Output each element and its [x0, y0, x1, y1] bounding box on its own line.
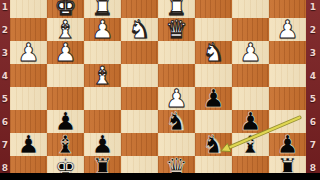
- square-d6[interactable]: ♞: [158, 110, 195, 133]
- chess-board-screenshot: ♚♜♜♝♟♞♛♟♟♟♞♟♝♟♟♟♞♟♟♝♟♞♝♟♚♜♛♜ 12345678 12…: [0, 0, 320, 180]
- square-d3[interactable]: [158, 41, 195, 64]
- white-bishop[interactable]: ♝: [91, 64, 113, 87]
- rank-label-left-7: 7: [0, 140, 10, 150]
- square-b7[interactable]: ♝: [232, 133, 269, 156]
- square-b4[interactable]: [232, 64, 269, 87]
- black-pawn[interactable]: ♟: [202, 87, 224, 110]
- white-knight[interactable]: ♞: [202, 41, 224, 64]
- square-e8[interactable]: [121, 156, 158, 173]
- square-a8[interactable]: ♜: [269, 156, 306, 173]
- rank-label-right-8: 8: [306, 163, 320, 173]
- black-queen[interactable]: ♛: [165, 156, 187, 173]
- white-knight[interactable]: ♞: [128, 18, 150, 41]
- chess-board: ♚♜♜♝♟♞♛♟♟♟♞♟♝♟♟♟♞♟♟♝♟♞♝♟♚♜♛♜: [10, 0, 306, 173]
- square-e5[interactable]: [121, 87, 158, 110]
- square-h5[interactable]: [10, 87, 47, 110]
- square-a5[interactable]: [269, 87, 306, 110]
- black-knight[interactable]: ♞: [165, 110, 187, 133]
- rank-label-left-3: 3: [0, 48, 10, 58]
- white-queen[interactable]: ♛: [165, 18, 187, 41]
- square-e6[interactable]: [121, 110, 158, 133]
- square-c3[interactable]: ♞: [195, 41, 232, 64]
- black-rook[interactable]: ♜: [91, 156, 113, 173]
- square-h4[interactable]: [10, 64, 47, 87]
- square-c1[interactable]: [195, 0, 232, 18]
- rank-label-right-2: 2: [306, 25, 320, 35]
- board-border-right: 12345678: [306, 0, 320, 173]
- letterbox-strip: [0, 173, 320, 180]
- board-border-left: 12345678: [0, 0, 10, 173]
- black-pawn[interactable]: ♟: [17, 133, 39, 156]
- square-h7[interactable]: ♟: [10, 133, 47, 156]
- square-f4[interactable]: ♝: [84, 64, 121, 87]
- black-knight[interactable]: ♞: [202, 133, 224, 156]
- white-pawn[interactable]: ♟: [91, 18, 113, 41]
- rank-label-right-3: 3: [306, 48, 320, 58]
- square-e2[interactable]: ♞: [121, 18, 158, 41]
- white-pawn[interactable]: ♟: [54, 41, 76, 64]
- square-c7[interactable]: ♞: [195, 133, 232, 156]
- black-rook[interactable]: ♜: [276, 156, 298, 173]
- square-b1[interactable]: [232, 0, 269, 18]
- square-f2[interactable]: ♟: [84, 18, 121, 41]
- square-e7[interactable]: [121, 133, 158, 156]
- board-area: ♚♜♜♝♟♞♛♟♟♟♞♟♝♟♟♟♞♟♟♝♟♞♝♟♚♜♛♜: [10, 0, 306, 173]
- square-e3[interactable]: [121, 41, 158, 64]
- rank-label-right-7: 7: [306, 140, 320, 150]
- rank-label-left-5: 5: [0, 94, 10, 104]
- rank-label-left-1: 1: [0, 2, 10, 12]
- square-a4[interactable]: [269, 64, 306, 87]
- square-b3[interactable]: ♟: [232, 41, 269, 64]
- rank-label-right-4: 4: [306, 71, 320, 81]
- square-f8[interactable]: ♜: [84, 156, 121, 173]
- black-bishop[interactable]: ♝: [239, 133, 261, 156]
- square-h3[interactable]: ♟: [10, 41, 47, 64]
- white-pawn[interactable]: ♟: [239, 41, 261, 64]
- square-a2[interactable]: ♟: [269, 18, 306, 41]
- white-pawn[interactable]: ♟: [17, 41, 39, 64]
- square-h1[interactable]: [10, 0, 47, 18]
- square-d2[interactable]: ♛: [158, 18, 195, 41]
- rank-label-left-8: 8: [0, 163, 10, 173]
- black-king[interactable]: ♚: [54, 156, 76, 173]
- square-e4[interactable]: [121, 64, 158, 87]
- square-g4[interactable]: [47, 64, 84, 87]
- rank-label-left-6: 6: [0, 117, 10, 127]
- square-g3[interactable]: ♟: [47, 41, 84, 64]
- square-f5[interactable]: [84, 87, 121, 110]
- square-g8[interactable]: ♚: [47, 156, 84, 173]
- rank-label-right-1: 1: [306, 2, 320, 12]
- rank-label-left-2: 2: [0, 25, 10, 35]
- rank-label-right-6: 6: [306, 117, 320, 127]
- square-c5[interactable]: ♟: [195, 87, 232, 110]
- rank-label-right-5: 5: [306, 94, 320, 104]
- square-a3[interactable]: [269, 41, 306, 64]
- rank-label-left-4: 4: [0, 71, 10, 81]
- white-pawn[interactable]: ♟: [276, 18, 298, 41]
- square-d8[interactable]: ♛: [158, 156, 195, 173]
